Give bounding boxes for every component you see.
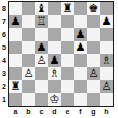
square-g4[interactable] (87, 54, 100, 67)
file-label-f: f (74, 107, 87, 117)
rank-label-4: 4 (0, 54, 8, 67)
square-c7[interactable]: ♖ (35, 15, 48, 28)
piece-black-pawn: ♟ (10, 15, 20, 28)
piece-black-pawn: ♟ (36, 41, 46, 54)
piece-white-pawn: ♙ (88, 67, 98, 80)
square-a7[interactable]: ♟ (9, 15, 22, 28)
rank-label-5: 5 (0, 41, 8, 54)
square-b4[interactable] (22, 54, 35, 67)
square-a6[interactable] (9, 28, 22, 41)
square-f7[interactable] (74, 15, 87, 28)
square-c1[interactable] (35, 93, 48, 106)
piece-white-bishop: ♗ (49, 67, 59, 80)
square-f6[interactable]: ♟ (74, 28, 87, 41)
square-e2[interactable] (61, 80, 74, 93)
square-b2[interactable] (22, 80, 35, 93)
square-a4[interactable] (9, 54, 22, 67)
square-a2[interactable]: ♜ (9, 80, 22, 93)
square-e8[interactable]: ♜ (61, 2, 74, 15)
square-g3[interactable]: ♙ (87, 67, 100, 80)
square-h7[interactable]: ♟ (100, 15, 113, 28)
piece-black-pawn: ♟ (49, 54, 59, 67)
piece-white-pawn: ♙ (23, 67, 33, 80)
square-a5[interactable] (9, 41, 22, 54)
file-label-b: b (22, 107, 35, 117)
square-g7[interactable] (87, 15, 100, 28)
square-b7[interactable] (22, 15, 35, 28)
square-d7[interactable] (48, 15, 61, 28)
piece-white-pawn: ♙ (36, 54, 46, 67)
rank-label-7: 7 (0, 15, 8, 28)
piece-white-king: ♔ (49, 93, 59, 106)
square-d1[interactable]: ♔ (48, 93, 61, 106)
piece-white-pawn: ♙ (101, 80, 111, 93)
square-h4[interactable]: ♗ (100, 54, 113, 67)
square-g5[interactable] (87, 41, 100, 54)
square-h6[interactable] (100, 28, 113, 41)
rank-label-3: 3 (0, 67, 8, 80)
square-e1[interactable] (61, 93, 74, 106)
piece-black-pawn: ♟ (75, 28, 85, 41)
square-f1[interactable] (74, 93, 87, 106)
square-f4[interactable] (74, 54, 87, 67)
square-b5[interactable] (22, 41, 35, 54)
rank-label-8: 8 (0, 2, 8, 15)
square-e3[interactable] (61, 67, 74, 80)
square-d5[interactable] (48, 41, 61, 54)
file-label-a: a (9, 107, 22, 117)
file-label-d: d (48, 107, 61, 117)
piece-black-rook: ♜ (62, 2, 72, 15)
square-a3[interactable] (9, 67, 22, 80)
square-h2[interactable]: ♙ (100, 80, 113, 93)
square-c5[interactable]: ♟ (35, 41, 48, 54)
square-g8[interactable]: ♚ (87, 2, 100, 15)
square-d8[interactable] (48, 2, 61, 15)
piece-white-bishop: ♗ (101, 54, 111, 67)
square-b8[interactable] (22, 2, 35, 15)
piece-black-rook: ♜ (10, 80, 20, 93)
square-e6[interactable] (61, 28, 74, 41)
square-e4[interactable] (61, 54, 74, 67)
chess-board: ♝♜♚♟♖♟♟♟♟♙♟♗♙♗♙♜♙♔ (8, 1, 114, 107)
square-e5[interactable] (61, 41, 74, 54)
square-a1[interactable] (9, 93, 22, 106)
piece-black-king: ♚ (88, 2, 98, 15)
square-d3[interactable]: ♗ (48, 67, 61, 80)
file-label-h: h (100, 107, 113, 117)
square-f2[interactable] (74, 80, 87, 93)
file-label-e: e (61, 107, 74, 117)
file-label-c: c (35, 107, 48, 117)
square-b1[interactable] (22, 93, 35, 106)
square-d4[interactable]: ♟ (48, 54, 61, 67)
square-a8[interactable] (9, 2, 22, 15)
chess-diagram: 87654321 ♝♜♚♟♖♟♟♟♟♙♟♗♙♗♙♜♙♔ abcdefgh (0, 0, 118, 117)
square-b6[interactable] (22, 28, 35, 41)
file-label-g: g (87, 107, 100, 117)
square-c4[interactable]: ♙ (35, 54, 48, 67)
square-b3[interactable]: ♙ (22, 67, 35, 80)
rank-label-1: 1 (0, 93, 8, 106)
rank-labels: 87654321 (0, 2, 8, 107)
piece-black-pawn: ♟ (75, 41, 85, 54)
square-c8[interactable]: ♝ (35, 2, 48, 15)
square-f8[interactable] (74, 2, 87, 15)
piece-black-bishop: ♝ (36, 2, 46, 15)
file-labels: abcdefgh (9, 107, 118, 117)
square-c6[interactable] (35, 28, 48, 41)
square-c3[interactable] (35, 67, 48, 80)
square-f5[interactable]: ♟ (74, 41, 87, 54)
square-h8[interactable] (100, 2, 113, 15)
square-h1[interactable] (100, 93, 113, 106)
square-d6[interactable] (48, 28, 61, 41)
square-h3[interactable] (100, 67, 113, 80)
square-f3[interactable] (74, 67, 87, 80)
rank-label-6: 6 (0, 28, 8, 41)
piece-black-pawn: ♟ (101, 15, 111, 28)
square-g1[interactable] (87, 93, 100, 106)
rank-label-2: 2 (0, 80, 8, 93)
piece-white-rook: ♖ (36, 15, 46, 28)
square-g2[interactable] (87, 80, 100, 93)
square-g6[interactable] (87, 28, 100, 41)
square-h5[interactable] (100, 41, 113, 54)
square-c2[interactable] (35, 80, 48, 93)
square-e7[interactable] (61, 15, 74, 28)
square-d2[interactable] (48, 80, 61, 93)
